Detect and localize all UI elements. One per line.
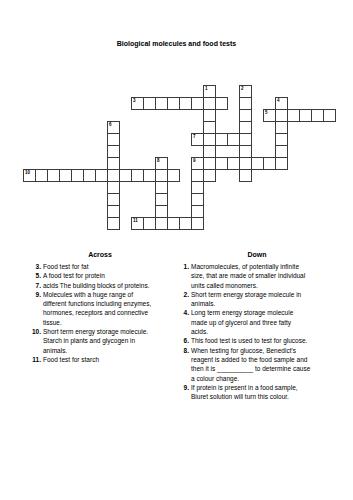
worksheet-page: Biological molecules and food tests 1234… <box>0 0 353 500</box>
clue-number-badge: 9 <box>193 158 196 163</box>
clue-number: 5. <box>30 271 43 280</box>
clue-number-badge: 10 <box>25 170 30 175</box>
clue-text: Short term energy storage molecule. Star… <box>43 327 170 355</box>
clue-text: acids The building blocks of proteins. <box>43 281 170 290</box>
clue-number: 2. <box>178 290 191 309</box>
page-title: Biological molecules and food tests <box>0 40 353 47</box>
clue-number: 3. <box>30 262 43 271</box>
clue-text: This food test is used to test for gluco… <box>191 336 336 345</box>
across-clue-list: 3.Food test for fat5.A food test for pro… <box>30 262 170 364</box>
clue-text: A food test for protein <box>43 271 170 280</box>
down-clue-4: 4.Long term energy storage molecule made… <box>178 308 336 336</box>
clue-text: Long term energy storage molecule made u… <box>191 308 336 336</box>
clue-number: 11. <box>30 355 43 364</box>
clue-text: Molecules with a huge range of different… <box>43 290 170 327</box>
down-header: Down <box>178 251 336 258</box>
crossword-grid: 1234567891011 <box>23 85 336 230</box>
clue-number-badge: 6 <box>109 122 112 127</box>
down-clues-section: Down 1.Macromolecules, of potentially in… <box>178 251 336 401</box>
grid-cell[interactable] <box>107 217 120 230</box>
across-header: Across <box>30 251 170 258</box>
clue-number-badge: 1 <box>205 86 208 91</box>
clue-text: When testing for glucose, Benedict's rea… <box>191 346 336 383</box>
across-clue-5: 5.A food test for protein <box>30 271 170 280</box>
across-clue-10: 10.Short term energy storage molecule. S… <box>30 327 170 355</box>
down-clue-6: 6.This food test is used to test for glu… <box>178 336 336 345</box>
down-clue-list: 1.Macromolecules, of potentially infinit… <box>178 262 336 401</box>
clue-number: 9. <box>178 383 191 402</box>
grid-cell[interactable] <box>239 169 252 182</box>
grid-cell[interactable] <box>215 97 228 110</box>
across-clue-9: 9.Molecules with a huge range of differe… <box>30 290 170 327</box>
clue-number: 8. <box>178 346 191 383</box>
clue-number-badge: 8 <box>157 158 160 163</box>
clue-text: Food test for starch <box>43 355 170 364</box>
across-clues-section: Across 3.Food test for fat5.A food test … <box>30 251 170 364</box>
clue-number: 4. <box>178 308 191 336</box>
clue-text: Short term energy storage molecule in an… <box>191 290 336 309</box>
clue-number-badge: 5 <box>265 110 268 115</box>
grid-cell[interactable] <box>167 169 180 182</box>
grid-cell[interactable] <box>323 109 336 122</box>
clue-number-badge: 2 <box>241 86 244 91</box>
across-clue-3: 3.Food test for fat <box>30 262 170 271</box>
down-clue-2: 2.Short term energy storage molecule in … <box>178 290 336 309</box>
grid-cell[interactable] <box>275 157 288 170</box>
down-clue-8: 8.When testing for glucose, Benedict's r… <box>178 346 336 383</box>
clue-number-badge: 7 <box>193 134 196 139</box>
across-clue-11: 11.Food test for starch <box>30 355 170 364</box>
clue-text: If protein is present in a food sample, … <box>191 383 336 402</box>
clue-number-badge: 3 <box>133 98 136 103</box>
down-clue-1: 1.Macromolecules, of potentially infinit… <box>178 262 336 290</box>
clue-number: 6. <box>178 336 191 345</box>
clue-text: Food test for fat <box>43 262 170 271</box>
grid-cell[interactable] <box>203 169 216 182</box>
clue-number-badge: 11 <box>133 218 138 223</box>
clue-number: 10. <box>30 327 43 355</box>
clue-number: 1. <box>178 262 191 290</box>
clue-number-badge: 4 <box>277 98 280 103</box>
grid-cell[interactable] <box>191 217 204 230</box>
down-clue-9: 9.If protein is present in a food sample… <box>178 383 336 402</box>
clue-text: Macromolecules, of potentially infinite … <box>191 262 336 290</box>
clue-number: 7. <box>30 281 43 290</box>
across-clue-7: 7.acids The building blocks of proteins. <box>30 281 170 290</box>
clue-number: 9. <box>30 290 43 327</box>
